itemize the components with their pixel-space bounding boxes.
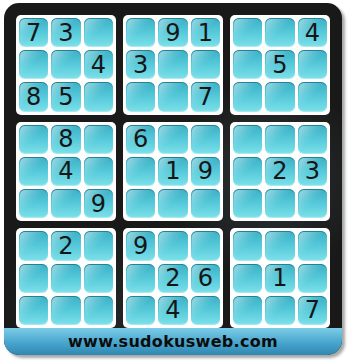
cell-r8c9[interactable] xyxy=(298,264,327,293)
cell-r9c1[interactable] xyxy=(19,296,48,325)
cell-r1c7[interactable] xyxy=(233,18,262,47)
sudoku-board: 73485913745849619232926417 www.sudokuswe… xyxy=(4,3,342,355)
given-digit: 9 xyxy=(198,159,213,183)
box-3-2: 9264 xyxy=(123,228,223,328)
given-digit: 7 xyxy=(198,85,213,109)
cell-r5c5[interactable]: 1 xyxy=(158,157,187,186)
cell-r9c9[interactable]: 7 xyxy=(298,296,327,325)
site-url: www.sudokusweb.com xyxy=(68,332,278,351)
cell-r1c9[interactable]: 4 xyxy=(298,18,327,47)
given-digit: 8 xyxy=(58,127,73,151)
cell-r5c2[interactable]: 4 xyxy=(51,157,80,186)
cell-r8c6[interactable]: 6 xyxy=(191,264,220,293)
cell-r2c3[interactable]: 4 xyxy=(84,50,113,79)
cell-r7c2[interactable]: 2 xyxy=(51,231,80,260)
box-2-1: 849 xyxy=(16,122,116,222)
given-digit: 7 xyxy=(26,21,41,45)
cell-r3c5[interactable] xyxy=(158,82,187,111)
given-digit: 2 xyxy=(165,266,180,290)
cell-r6c6[interactable] xyxy=(191,189,220,218)
cell-r8c1[interactable] xyxy=(19,264,48,293)
cell-r5c9[interactable]: 3 xyxy=(298,157,327,186)
cell-r4c3[interactable] xyxy=(84,125,113,154)
given-digit: 3 xyxy=(58,21,73,45)
cell-r7c7[interactable] xyxy=(233,231,262,260)
cell-r5c1[interactable] xyxy=(19,157,48,186)
box-1-1: 73485 xyxy=(16,15,116,115)
cell-r9c2[interactable] xyxy=(51,296,80,325)
cell-r8c4[interactable] xyxy=(126,264,155,293)
box-1-3: 45 xyxy=(230,15,330,115)
cell-r4c6[interactable] xyxy=(191,125,220,154)
cell-r6c5[interactable] xyxy=(158,189,187,218)
cell-r6c7[interactable] xyxy=(233,189,262,218)
cell-r1c1[interactable]: 7 xyxy=(19,18,48,47)
cell-r9c5[interactable]: 4 xyxy=(158,296,187,325)
given-digit: 4 xyxy=(305,21,320,45)
cell-r5c6[interactable]: 9 xyxy=(191,157,220,186)
given-digit: 1 xyxy=(165,159,180,183)
footer-bar: www.sudokusweb.com xyxy=(4,328,342,355)
given-digit: 2 xyxy=(272,159,287,183)
cell-r9c7[interactable] xyxy=(233,296,262,325)
cell-r2c7[interactable] xyxy=(233,50,262,79)
box-2-3: 23 xyxy=(230,122,330,222)
given-digit: 9 xyxy=(165,21,180,45)
cell-r3c7[interactable] xyxy=(233,82,262,111)
sudoku-grid: 73485913745849619232926417 xyxy=(16,15,330,328)
given-digit: 3 xyxy=(133,53,148,77)
cell-r9c4[interactable] xyxy=(126,296,155,325)
cell-r6c8[interactable] xyxy=(265,189,294,218)
cell-r5c7[interactable] xyxy=(233,157,262,186)
cell-r6c3[interactable]: 9 xyxy=(84,189,113,218)
cell-r7c3[interactable] xyxy=(84,231,113,260)
given-digit: 2 xyxy=(58,234,73,258)
cell-r7c8[interactable] xyxy=(265,231,294,260)
cell-r4c9[interactable] xyxy=(298,125,327,154)
cell-r3c8[interactable] xyxy=(265,82,294,111)
cell-r8c7[interactable] xyxy=(233,264,262,293)
cell-r7c9[interactable] xyxy=(298,231,327,260)
cell-r6c9[interactable] xyxy=(298,189,327,218)
given-digit: 6 xyxy=(133,127,148,151)
cell-r1c2[interactable]: 3 xyxy=(51,18,80,47)
cell-r3c9[interactable] xyxy=(298,82,327,111)
cell-r8c2[interactable] xyxy=(51,264,80,293)
cell-r7c5[interactable] xyxy=(158,231,187,260)
cell-r5c4[interactable] xyxy=(126,157,155,186)
given-digit: 8 xyxy=(26,85,41,109)
box-2-2: 619 xyxy=(123,122,223,222)
cell-r2c1[interactable] xyxy=(19,50,48,79)
given-digit: 5 xyxy=(272,53,287,77)
cell-r3c1[interactable]: 8 xyxy=(19,82,48,111)
cell-r8c3[interactable] xyxy=(84,264,113,293)
cell-r2c5[interactable] xyxy=(158,50,187,79)
cell-r7c1[interactable] xyxy=(19,231,48,260)
cell-r2c2[interactable] xyxy=(51,50,80,79)
box-3-3: 17 xyxy=(230,228,330,328)
given-digit: 4 xyxy=(165,298,180,322)
given-digit: 4 xyxy=(58,159,73,183)
cell-r6c1[interactable] xyxy=(19,189,48,218)
cell-r8c8[interactable]: 1 xyxy=(265,264,294,293)
cell-r4c2[interactable]: 8 xyxy=(51,125,80,154)
cell-r2c9[interactable] xyxy=(298,50,327,79)
cell-r9c3[interactable] xyxy=(84,296,113,325)
given-digit: 4 xyxy=(91,53,106,77)
cell-r9c6[interactable] xyxy=(191,296,220,325)
given-digit: 3 xyxy=(305,159,320,183)
cell-r3c4[interactable] xyxy=(126,82,155,111)
cell-r3c3[interactable] xyxy=(84,82,113,111)
cell-r7c4[interactable]: 9 xyxy=(126,231,155,260)
cell-r4c5[interactable] xyxy=(158,125,187,154)
given-digit: 1 xyxy=(272,266,287,290)
given-digit: 9 xyxy=(91,192,106,216)
cell-r2c8[interactable]: 5 xyxy=(265,50,294,79)
cell-r6c2[interactable] xyxy=(51,189,80,218)
cell-r2c4[interactable]: 3 xyxy=(126,50,155,79)
cell-r1c5[interactable]: 9 xyxy=(158,18,187,47)
cell-r3c6[interactable]: 7 xyxy=(191,82,220,111)
cell-r4c4[interactable]: 6 xyxy=(126,125,155,154)
cell-r4c8[interactable] xyxy=(265,125,294,154)
given-digit: 1 xyxy=(198,21,213,45)
cell-r1c3[interactable] xyxy=(84,18,113,47)
cell-r9c8[interactable] xyxy=(265,296,294,325)
cell-r7c6[interactable] xyxy=(191,231,220,260)
cell-r4c7[interactable] xyxy=(233,125,262,154)
box-3-1: 2 xyxy=(16,228,116,328)
box-1-2: 9137 xyxy=(123,15,223,115)
cell-r5c8[interactable]: 2 xyxy=(265,157,294,186)
cell-r4c1[interactable] xyxy=(19,125,48,154)
cell-r2c6[interactable] xyxy=(191,50,220,79)
given-digit: 5 xyxy=(58,85,73,109)
cell-r5c3[interactable] xyxy=(84,157,113,186)
cell-r6c4[interactable] xyxy=(126,189,155,218)
cell-r3c2[interactable]: 5 xyxy=(51,82,80,111)
cell-r1c4[interactable] xyxy=(126,18,155,47)
cell-r8c5[interactable]: 2 xyxy=(158,264,187,293)
cell-r1c6[interactable]: 1 xyxy=(191,18,220,47)
cell-r1c8[interactable] xyxy=(265,18,294,47)
given-digit: 7 xyxy=(305,298,320,322)
given-digit: 6 xyxy=(198,266,213,290)
given-digit: 9 xyxy=(133,234,148,258)
